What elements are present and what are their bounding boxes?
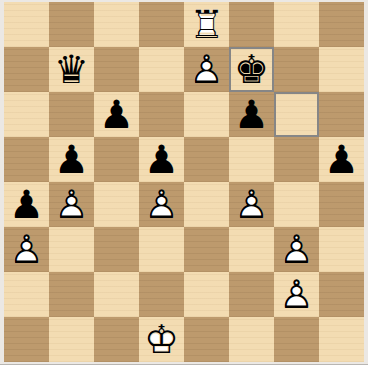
square-b6[interactable] [49,92,94,137]
white-pawn-icon[interactable]: ♟♙ [274,272,319,317]
square-a6[interactable] [4,92,49,137]
board-frame: ♜♖♛♟♙♚♟♟♟♟♟♟♟♙♟♙♟♙♟♙♟♙♟♙♚♔ [0,0,368,365]
black-piece-glyph: ♟ [54,137,89,182]
white-pawn-icon[interactable]: ♟♙ [274,227,319,272]
square-a2[interactable] [4,272,49,317]
square-e1[interactable] [184,317,229,362]
black-pawn-icon[interactable]: ♟ [319,137,364,182]
square-b8[interactable] [49,2,94,47]
square-h6[interactable] [319,92,364,137]
black-piece-glyph: ♟ [144,137,179,182]
black-piece-glyph: ♛ [54,47,89,92]
square-h4[interactable] [319,182,364,227]
square-b1[interactable] [49,317,94,362]
white-piece-outline: ♙ [279,272,314,317]
square-e5[interactable] [184,137,229,182]
black-piece-glyph: ♟ [9,182,44,227]
white-piece-outline: ♙ [54,182,89,227]
white-piece-outline: ♙ [279,227,314,272]
square-e6[interactable] [184,92,229,137]
square-f2[interactable] [229,272,274,317]
square-h5[interactable]: ♟ [319,137,364,182]
black-piece-glyph: ♟ [324,137,359,182]
white-piece-outline: ♙ [189,47,224,92]
square-f6[interactable]: ♟ [229,92,274,137]
square-a5[interactable] [4,137,49,182]
square-f5[interactable] [229,137,274,182]
black-piece-glyph: ♟ [234,92,269,137]
black-pawn-icon[interactable]: ♟ [49,137,94,182]
black-pawn-icon[interactable]: ♟ [139,137,184,182]
white-pawn-icon[interactable]: ♟♙ [49,182,94,227]
white-pawn-icon[interactable]: ♟♙ [184,47,229,92]
square-d5[interactable]: ♟ [139,137,184,182]
square-c7[interactable] [94,47,139,92]
white-pawn-icon[interactable]: ♟♙ [4,227,49,272]
chess-board: ♜♖♛♟♙♚♟♟♟♟♟♟♟♙♟♙♟♙♟♙♟♙♟♙♚♔ [4,2,364,362]
square-g5[interactable] [274,137,319,182]
square-g1[interactable] [274,317,319,362]
square-g6[interactable] [274,92,319,137]
square-d8[interactable] [139,2,184,47]
square-g8[interactable] [274,2,319,47]
black-pawn-icon[interactable]: ♟ [94,92,139,137]
square-e2[interactable] [184,272,229,317]
square-f4[interactable]: ♟♙ [229,182,274,227]
square-b3[interactable] [49,227,94,272]
white-pawn-icon[interactable]: ♟♙ [229,182,274,227]
square-h1[interactable] [319,317,364,362]
white-king-icon[interactable]: ♚♔ [139,317,184,362]
square-f1[interactable] [229,317,274,362]
square-g4[interactable] [274,182,319,227]
square-a4[interactable]: ♟ [4,182,49,227]
square-d6[interactable] [139,92,184,137]
black-piece-glyph: ♚ [234,47,269,92]
square-g2[interactable]: ♟♙ [274,272,319,317]
square-d3[interactable] [139,227,184,272]
black-queen-icon[interactable]: ♛ [49,47,94,92]
square-c5[interactable] [94,137,139,182]
square-e7[interactable]: ♟♙ [184,47,229,92]
square-b2[interactable] [49,272,94,317]
square-d2[interactable] [139,272,184,317]
white-pawn-icon[interactable]: ♟♙ [139,182,184,227]
square-h8[interactable] [319,2,364,47]
square-c8[interactable] [94,2,139,47]
square-h3[interactable] [319,227,364,272]
square-f7[interactable]: ♚ [229,47,274,92]
square-g7[interactable] [274,47,319,92]
square-a7[interactable] [4,47,49,92]
black-piece-glyph: ♟ [99,92,134,137]
square-c2[interactable] [94,272,139,317]
black-pawn-icon[interactable]: ♟ [229,92,274,137]
white-piece-outline: ♖ [189,2,224,47]
square-e3[interactable] [184,227,229,272]
square-f3[interactable] [229,227,274,272]
square-c3[interactable] [94,227,139,272]
square-c6[interactable]: ♟ [94,92,139,137]
square-g3[interactable]: ♟♙ [274,227,319,272]
square-f8[interactable] [229,2,274,47]
white-rook-icon[interactable]: ♜♖ [184,2,229,47]
square-a1[interactable] [4,317,49,362]
square-d7[interactable] [139,47,184,92]
square-a8[interactable] [4,2,49,47]
square-c4[interactable] [94,182,139,227]
black-pawn-icon[interactable]: ♟ [4,182,49,227]
square-e4[interactable] [184,182,229,227]
square-e8[interactable]: ♜♖ [184,2,229,47]
white-piece-outline: ♔ [144,317,179,362]
square-a3[interactable]: ♟♙ [4,227,49,272]
square-d1[interactable]: ♚♔ [139,317,184,362]
white-piece-outline: ♙ [144,182,179,227]
square-d4[interactable]: ♟♙ [139,182,184,227]
white-piece-outline: ♙ [234,182,269,227]
square-h7[interactable] [319,47,364,92]
white-piece-outline: ♙ [9,227,44,272]
square-c1[interactable] [94,317,139,362]
square-b4[interactable]: ♟♙ [49,182,94,227]
square-b5[interactable]: ♟ [49,137,94,182]
square-b7[interactable]: ♛ [49,47,94,92]
black-king-icon[interactable]: ♚ [229,47,274,92]
square-h2[interactable] [319,272,364,317]
